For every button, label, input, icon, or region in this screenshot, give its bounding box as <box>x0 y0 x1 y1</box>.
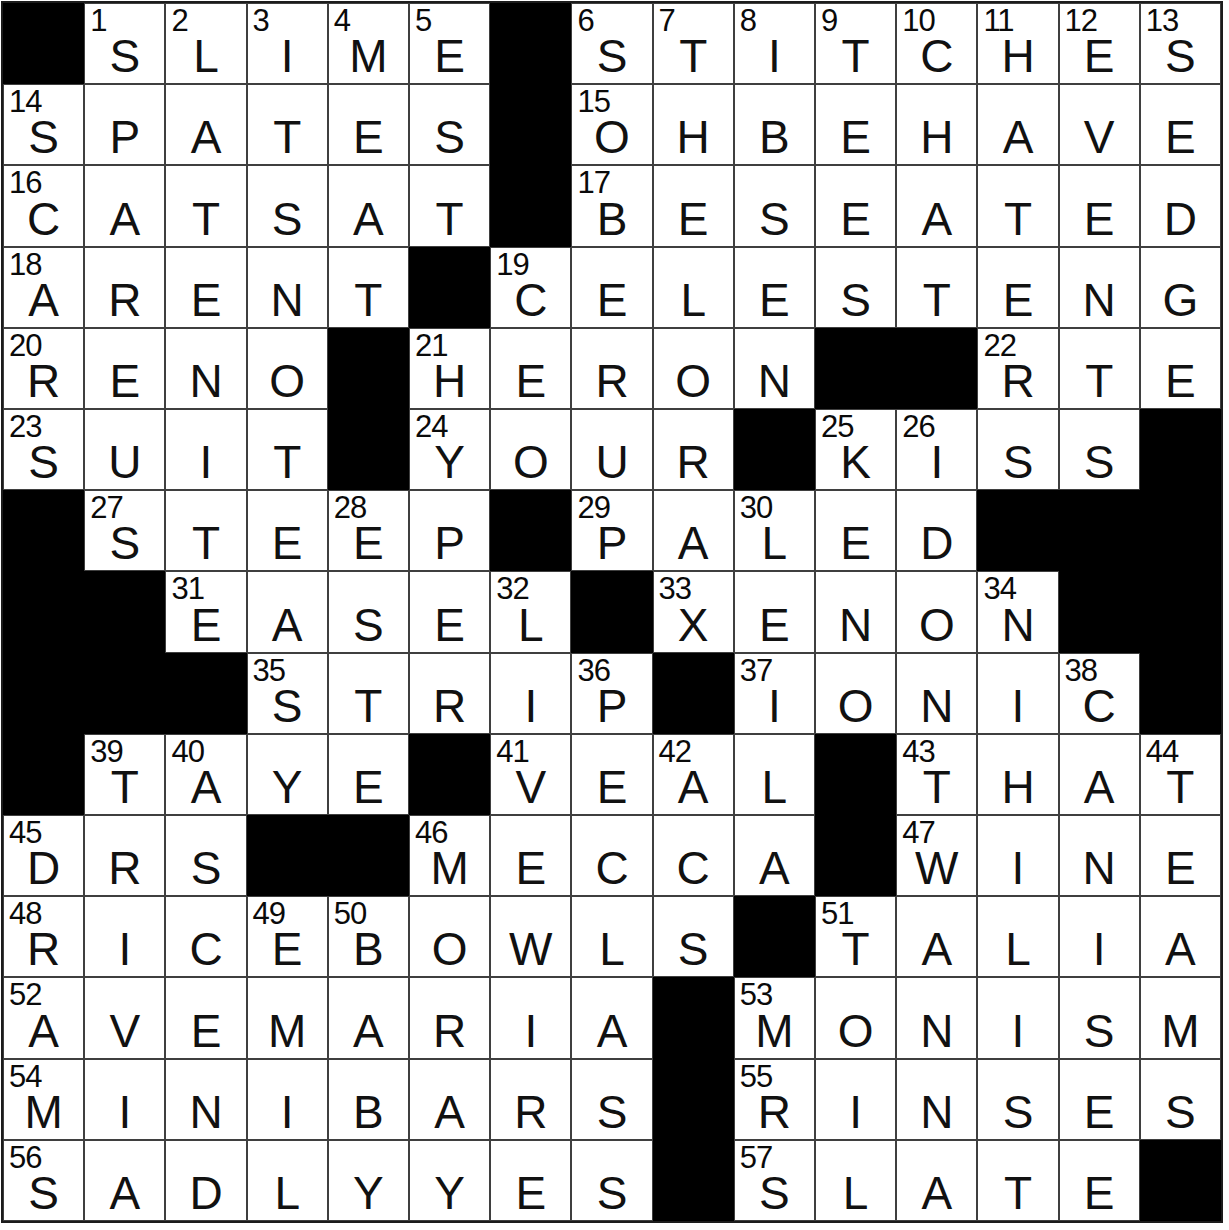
cell-r15c2[interactable]: A <box>84 1140 165 1221</box>
block-r7c15 <box>1140 490 1221 571</box>
cell-r6c9[interactable]: R <box>653 409 734 490</box>
cell-r15c11[interactable]: L <box>815 1140 896 1221</box>
block-r9c9 <box>653 653 734 734</box>
cell-r13c11[interactable]: O <box>815 977 896 1058</box>
cell-r9c12[interactable]: N <box>896 653 977 734</box>
cell-r2c4[interactable]: T <box>247 84 328 165</box>
cell-r15c7[interactable]: E <box>490 1140 571 1221</box>
cell-r4c2[interactable]: R <box>84 247 165 328</box>
cell-r10c3[interactable]: 40A <box>165 734 246 815</box>
cell-letter: E <box>816 196 895 242</box>
cell-letter: A <box>166 114 245 160</box>
cell-r11c7[interactable]: E <box>490 815 571 896</box>
cell-r15c8[interactable]: S <box>571 1140 652 1221</box>
cell-letter: D <box>1141 196 1220 242</box>
cell-letter: L <box>166 33 245 79</box>
cell-letter: O <box>410 926 489 972</box>
cell-letter: S <box>85 520 164 566</box>
cell-r11c15[interactable]: E <box>1140 815 1221 896</box>
cell-r13c8[interactable]: A <box>571 977 652 1058</box>
cell-r4c1[interactable]: 18A <box>3 247 84 328</box>
cell-letter: C <box>572 845 651 891</box>
cell-r9c5[interactable]: T <box>328 653 409 734</box>
cell-r8c7[interactable]: 32L <box>490 571 571 652</box>
block-r1c1 <box>3 3 84 84</box>
cell-letter: E <box>329 520 408 566</box>
cell-r14c10[interactable]: 55R <box>734 1059 815 1140</box>
cell-r5c9[interactable]: O <box>653 328 734 409</box>
cell-r1c4[interactable]: 3I <box>247 3 328 84</box>
cell-r9c11[interactable]: O <box>815 653 896 734</box>
cell-r4c14[interactable]: N <box>1059 247 1140 328</box>
cell-r15c5[interactable]: Y <box>328 1140 409 1221</box>
cell-r3c10[interactable]: S <box>734 165 815 246</box>
cell-letter: R <box>4 926 83 972</box>
cell-letter: C <box>654 845 733 891</box>
cell-letter: T <box>978 1170 1057 1216</box>
cell-r7c2[interactable]: 27S <box>84 490 165 571</box>
cell-r7c3[interactable]: T <box>165 490 246 571</box>
cell-r9c4[interactable]: 35S <box>247 653 328 734</box>
cell-letter: I <box>1060 926 1139 972</box>
cell-r2c2[interactable]: P <box>84 84 165 165</box>
cell-letter: P <box>85 114 164 160</box>
cell-letter: E <box>816 520 895 566</box>
cell-r15c1[interactable]: 56S <box>3 1140 84 1221</box>
cell-letter: O <box>491 439 570 485</box>
cell-letter: D <box>4 845 83 891</box>
cell-letter: U <box>572 439 651 485</box>
cell-r15c13[interactable]: T <box>977 1140 1058 1221</box>
cell-r1c12[interactable]: 10C <box>896 3 977 84</box>
cell-letter: T <box>329 683 408 729</box>
cell-r2c1[interactable]: 14S <box>3 84 84 165</box>
cell-letter: L <box>816 1170 895 1216</box>
cell-r8c6[interactable]: E <box>409 571 490 652</box>
cell-r12c4[interactable]: 49E <box>247 896 328 977</box>
block-r14c9 <box>653 1059 734 1140</box>
cell-r13c13[interactable]: I <box>977 977 1058 1058</box>
cell-r7c9[interactable]: A <box>653 490 734 571</box>
cell-r11c1[interactable]: 45D <box>3 815 84 896</box>
block-r6c10 <box>734 409 815 490</box>
cell-r14c6[interactable]: A <box>409 1059 490 1140</box>
cell-r4c9[interactable]: L <box>653 247 734 328</box>
cell-r13c3[interactable]: E <box>165 977 246 1058</box>
cell-r10c10[interactable]: L <box>734 734 815 815</box>
cell-r10c2[interactable]: 39T <box>84 734 165 815</box>
cell-letter: B <box>329 1089 408 1135</box>
cell-letter: E <box>978 277 1057 323</box>
cell-letter: S <box>1060 1008 1139 1054</box>
cell-letter: T <box>166 196 245 242</box>
cell-r8c9[interactable]: 33X <box>653 571 734 652</box>
cell-r13c4[interactable]: M <box>247 977 328 1058</box>
cell-letter: T <box>654 33 733 79</box>
cell-r13c1[interactable]: 52A <box>3 977 84 1058</box>
cell-letter: L <box>248 1170 327 1216</box>
cell-r2c12[interactable]: H <box>896 84 977 165</box>
cell-r10c9[interactable]: 42A <box>653 734 734 815</box>
cell-r4c11[interactable]: S <box>815 247 896 328</box>
cell-r1c13[interactable]: 11H <box>977 3 1058 84</box>
cell-letter: M <box>329 33 408 79</box>
cell-r7c10[interactable]: 30L <box>734 490 815 571</box>
cell-letter: N <box>1060 277 1139 323</box>
cell-letter: C <box>166 926 245 972</box>
block-r5c11 <box>815 328 896 409</box>
cell-r6c8[interactable]: U <box>571 409 652 490</box>
cell-r1c10[interactable]: 8I <box>734 3 815 84</box>
cell-r14c1[interactable]: 54M <box>3 1059 84 1140</box>
cell-r11c10[interactable]: A <box>734 815 815 896</box>
block-r3c7 <box>490 165 571 246</box>
cell-r12c11[interactable]: 51T <box>815 896 896 977</box>
cell-letter: N <box>897 683 976 729</box>
cell-r1c14[interactable]: 12E <box>1059 3 1140 84</box>
cell-r11c9[interactable]: C <box>653 815 734 896</box>
cell-letter: L <box>735 764 814 810</box>
cell-r1c11[interactable]: 9T <box>815 3 896 84</box>
cell-letter: E <box>1141 114 1220 160</box>
cell-r3c9[interactable]: E <box>653 165 734 246</box>
cell-r5c6[interactable]: 21H <box>409 328 490 409</box>
cell-letter: R <box>978 358 1057 404</box>
cell-letter: P <box>572 520 651 566</box>
cell-r11c12[interactable]: 47W <box>896 815 977 896</box>
cell-r9c7[interactable]: I <box>490 653 571 734</box>
cell-letter: Y <box>410 1170 489 1216</box>
cell-r12c1[interactable]: 48R <box>3 896 84 977</box>
cell-letter: E <box>572 277 651 323</box>
cell-r8c13[interactable]: 34N <box>977 571 1058 652</box>
cell-r1c8[interactable]: 6S <box>571 3 652 84</box>
cell-r3c14[interactable]: E <box>1059 165 1140 246</box>
block-r12c10 <box>734 896 815 977</box>
cell-letter: E <box>654 196 733 242</box>
cell-letter: I <box>248 1089 327 1135</box>
cell-r14c15[interactable]: S <box>1140 1059 1221 1140</box>
cell-r10c7[interactable]: 41V <box>490 734 571 815</box>
cell-r5c4[interactable]: O <box>247 328 328 409</box>
cell-r1c2[interactable]: 1S <box>84 3 165 84</box>
cell-r6c13[interactable]: S <box>977 409 1058 490</box>
cell-r1c5[interactable]: 4M <box>328 3 409 84</box>
cell-r1c15[interactable]: 13S <box>1140 3 1221 84</box>
cell-r10c15[interactable]: 44T <box>1140 734 1221 815</box>
cell-r15c14[interactable]: E <box>1059 1140 1140 1221</box>
block-r7c14 <box>1059 490 1140 571</box>
cell-r3c5[interactable]: A <box>328 165 409 246</box>
cell-letter: T <box>978 196 1057 242</box>
cell-r5c7[interactable]: E <box>490 328 571 409</box>
cell-r4c12[interactable]: T <box>896 247 977 328</box>
cell-r14c4[interactable]: I <box>247 1059 328 1140</box>
cell-r9c14[interactable]: 38C <box>1059 653 1140 734</box>
cell-r10c13[interactable]: H <box>977 734 1058 815</box>
cell-letter: O <box>654 358 733 404</box>
cell-letter: E <box>329 764 408 810</box>
cell-letter: S <box>4 1170 83 1216</box>
cell-r11c3[interactable]: S <box>165 815 246 896</box>
cell-r3c15[interactable]: D <box>1140 165 1221 246</box>
cell-r9c13[interactable]: I <box>977 653 1058 734</box>
cell-r11c14[interactable]: N <box>1059 815 1140 896</box>
cell-r14c3[interactable]: N <box>165 1059 246 1140</box>
cell-r3c12[interactable]: A <box>896 165 977 246</box>
cell-r14c12[interactable]: N <box>896 1059 977 1140</box>
cell-r8c3[interactable]: 31E <box>165 571 246 652</box>
cell-r7c8[interactable]: 29P <box>571 490 652 571</box>
cell-letter: V <box>85 1008 164 1054</box>
cell-r14c13[interactable]: S <box>977 1059 1058 1140</box>
cell-letter: A <box>654 520 733 566</box>
cell-letter: A <box>85 1170 164 1216</box>
cell-r10c8[interactable]: E <box>571 734 652 815</box>
cell-letter: A <box>1060 764 1139 810</box>
cell-letter: I <box>85 926 164 972</box>
cell-r11c8[interactable]: C <box>571 815 652 896</box>
block-r8c2 <box>84 571 165 652</box>
cell-r6c1[interactable]: 23S <box>3 409 84 490</box>
cell-r6c7[interactable]: O <box>490 409 571 490</box>
cell-r6c4[interactable]: T <box>247 409 328 490</box>
cell-r3c13[interactable]: T <box>977 165 1058 246</box>
cell-r13c7[interactable]: I <box>490 977 571 1058</box>
cell-r14c5[interactable]: B <box>328 1059 409 1140</box>
cell-letter: E <box>1060 196 1139 242</box>
cell-r8c11[interactable]: N <box>815 571 896 652</box>
cell-r12c12[interactable]: A <box>896 896 977 977</box>
block-r5c12 <box>896 328 977 409</box>
cell-r12c9[interactable]: S <box>653 896 734 977</box>
cell-r7c11[interactable]: E <box>815 490 896 571</box>
cell-letter: S <box>4 439 83 485</box>
cell-r2c14[interactable]: V <box>1059 84 1140 165</box>
block-r5c5 <box>328 328 409 409</box>
cell-letter: E <box>248 926 327 972</box>
cell-r13c2[interactable]: V <box>84 977 165 1058</box>
cell-r5c15[interactable]: E <box>1140 328 1221 409</box>
cell-r4c7[interactable]: 19C <box>490 247 571 328</box>
cell-r1c6[interactable]: 5E <box>409 3 490 84</box>
cell-r12c7[interactable]: W <box>490 896 571 977</box>
cell-r10c5[interactable]: E <box>328 734 409 815</box>
cell-r13c15[interactable]: M <box>1140 977 1221 1058</box>
cell-r11c6[interactable]: 46M <box>409 815 490 896</box>
cell-r6c14[interactable]: S <box>1059 409 1140 490</box>
cell-letter: E <box>491 358 570 404</box>
cell-letter: Y <box>248 764 327 810</box>
cell-letter: B <box>735 114 814 160</box>
cell-letter: S <box>735 196 814 242</box>
cell-letter: S <box>572 1089 651 1135</box>
block-r6c15 <box>1140 409 1221 490</box>
cell-r15c3[interactable]: D <box>165 1140 246 1221</box>
cell-r10c12[interactable]: 43T <box>896 734 977 815</box>
cell-r6c3[interactable]: I <box>165 409 246 490</box>
cell-r3c8[interactable]: 17B <box>571 165 652 246</box>
cell-r6c11[interactable]: 25K <box>815 409 896 490</box>
cell-letter: L <box>491 602 570 648</box>
cell-r8c5[interactable]: S <box>328 571 409 652</box>
cell-letter: O <box>572 114 651 160</box>
cell-r9c8[interactable]: 36P <box>571 653 652 734</box>
cell-letter: D <box>897 520 976 566</box>
cell-r5c8[interactable]: R <box>571 328 652 409</box>
cell-letter: O <box>816 683 895 729</box>
cell-letter: N <box>978 602 1057 648</box>
cell-r3c2[interactable]: A <box>84 165 165 246</box>
cell-r7c12[interactable]: D <box>896 490 977 571</box>
cell-r15c4[interactable]: L <box>247 1140 328 1221</box>
cell-letter: N <box>897 1008 976 1054</box>
cell-r6c6[interactable]: 24Y <box>409 409 490 490</box>
cell-letter: S <box>978 439 1057 485</box>
cell-letter: X <box>654 602 733 648</box>
cell-r13c5[interactable]: A <box>328 977 409 1058</box>
cell-letter: O <box>816 1008 895 1054</box>
cell-r9c6[interactable]: R <box>409 653 490 734</box>
cell-letter: V <box>1060 114 1139 160</box>
cell-letter: S <box>410 114 489 160</box>
cell-r15c10[interactable]: 57S <box>734 1140 815 1221</box>
cell-letter: R <box>4 358 83 404</box>
cell-r3c6[interactable]: T <box>409 165 490 246</box>
cell-letter: E <box>491 1170 570 1216</box>
cell-letter: A <box>4 277 83 323</box>
cell-r14c2[interactable]: I <box>84 1059 165 1140</box>
cell-r4c4[interactable]: N <box>247 247 328 328</box>
cell-r2c3[interactable]: A <box>165 84 246 165</box>
cell-r6c2[interactable]: U <box>84 409 165 490</box>
cell-r3c1[interactable]: 16C <box>3 165 84 246</box>
cell-r5c10[interactable]: N <box>734 328 815 409</box>
cell-r12c6[interactable]: O <box>409 896 490 977</box>
cell-letter: A <box>410 1089 489 1135</box>
cell-r3c4[interactable]: S <box>247 165 328 246</box>
cell-r5c14[interactable]: T <box>1059 328 1140 409</box>
cell-letter: A <box>735 845 814 891</box>
cell-letter: E <box>85 358 164 404</box>
cell-letter: A <box>248 602 327 648</box>
cell-r4c8[interactable]: E <box>571 247 652 328</box>
cell-r4c15[interactable]: G <box>1140 247 1221 328</box>
cell-letter: S <box>85 33 164 79</box>
cell-letter: E <box>816 114 895 160</box>
block-r10c6 <box>409 734 490 815</box>
cell-letter: E <box>410 33 489 79</box>
cell-r12c14[interactable]: I <box>1059 896 1140 977</box>
cell-r2c5[interactable]: E <box>328 84 409 165</box>
cell-letter: L <box>654 277 733 323</box>
cell-r5c2[interactable]: E <box>84 328 165 409</box>
cell-r4c13[interactable]: E <box>977 247 1058 328</box>
block-r9c15 <box>1140 653 1221 734</box>
cell-r13c6[interactable]: R <box>409 977 490 1058</box>
cell-r5c13[interactable]: 22R <box>977 328 1058 409</box>
cell-letter: C <box>1060 683 1139 729</box>
cell-r14c7[interactable]: R <box>490 1059 571 1140</box>
cell-r2c11[interactable]: E <box>815 84 896 165</box>
cell-r7c6[interactable]: P <box>409 490 490 571</box>
cell-r12c15[interactable]: A <box>1140 896 1221 977</box>
cell-letter: N <box>735 358 814 404</box>
cell-r10c4[interactable]: Y <box>247 734 328 815</box>
cell-r4c10[interactable]: E <box>734 247 815 328</box>
cell-r12c13[interactable]: L <box>977 896 1058 977</box>
cell-r12c2[interactable]: I <box>84 896 165 977</box>
cell-r7c4[interactable]: E <box>247 490 328 571</box>
cell-r1c9[interactable]: 7T <box>653 3 734 84</box>
cell-r13c12[interactable]: N <box>896 977 977 1058</box>
cell-r14c14[interactable]: E <box>1059 1059 1140 1140</box>
cell-r12c3[interactable]: C <box>165 896 246 977</box>
cell-r4c3[interactable]: E <box>165 247 246 328</box>
cell-r8c4[interactable]: A <box>247 571 328 652</box>
cell-r12c5[interactable]: 50B <box>328 896 409 977</box>
page: 1S2L3I4M5E6S7T8I9T10C11H12E13S14SPATES15… <box>0 0 1229 1223</box>
block-r8c1 <box>3 571 84 652</box>
cell-letter: A <box>897 926 976 972</box>
block-r4c6 <box>409 247 490 328</box>
cell-r15c12[interactable]: A <box>896 1140 977 1221</box>
cell-letter: S <box>735 1170 814 1216</box>
cell-letter: E <box>1060 33 1139 79</box>
cell-letter: I <box>491 1008 570 1054</box>
cell-r10c14[interactable]: A <box>1059 734 1140 815</box>
cell-r5c1[interactable]: 20R <box>3 328 84 409</box>
cell-r2c15[interactable]: E <box>1140 84 1221 165</box>
cell-letter: E <box>491 845 570 891</box>
cell-letter: I <box>735 33 814 79</box>
cell-letter: E <box>1060 1170 1139 1216</box>
cell-r7c5[interactable]: 28E <box>328 490 409 571</box>
cell-r6c12[interactable]: 26I <box>896 409 977 490</box>
cell-letter: I <box>978 683 1057 729</box>
cell-r4c5[interactable]: T <box>328 247 409 328</box>
cell-letter: U <box>85 439 164 485</box>
cell-r13c10[interactable]: 53M <box>734 977 815 1058</box>
cell-letter: I <box>816 1089 895 1135</box>
cell-r9c10[interactable]: 37I <box>734 653 815 734</box>
cell-r8c12[interactable]: O <box>896 571 977 652</box>
cell-r11c13[interactable]: I <box>977 815 1058 896</box>
cell-r11c2[interactable]: R <box>84 815 165 896</box>
cell-r1c3[interactable]: 2L <box>165 3 246 84</box>
cell-r2c10[interactable]: B <box>734 84 815 165</box>
cell-r3c11[interactable]: E <box>815 165 896 246</box>
cell-r2c6[interactable]: S <box>409 84 490 165</box>
cell-r3c3[interactable]: T <box>165 165 246 246</box>
cell-letter: E <box>166 277 245 323</box>
cell-r5c3[interactable]: N <box>165 328 246 409</box>
cell-r2c13[interactable]: A <box>977 84 1058 165</box>
cell-r12c8[interactable]: L <box>571 896 652 977</box>
cell-letter: E <box>1060 1089 1139 1135</box>
cell-letter: I <box>166 439 245 485</box>
cell-r13c14[interactable]: S <box>1059 977 1140 1058</box>
cell-r15c6[interactable]: Y <box>409 1140 490 1221</box>
cell-r2c9[interactable]: H <box>653 84 734 165</box>
cell-letter: A <box>329 196 408 242</box>
cell-r14c8[interactable]: S <box>571 1059 652 1140</box>
cell-letter: I <box>735 683 814 729</box>
cell-r2c8[interactable]: 15O <box>571 84 652 165</box>
cell-letter: O <box>897 602 976 648</box>
cell-r14c11[interactable]: I <box>815 1059 896 1140</box>
cell-r8c10[interactable]: E <box>734 571 815 652</box>
